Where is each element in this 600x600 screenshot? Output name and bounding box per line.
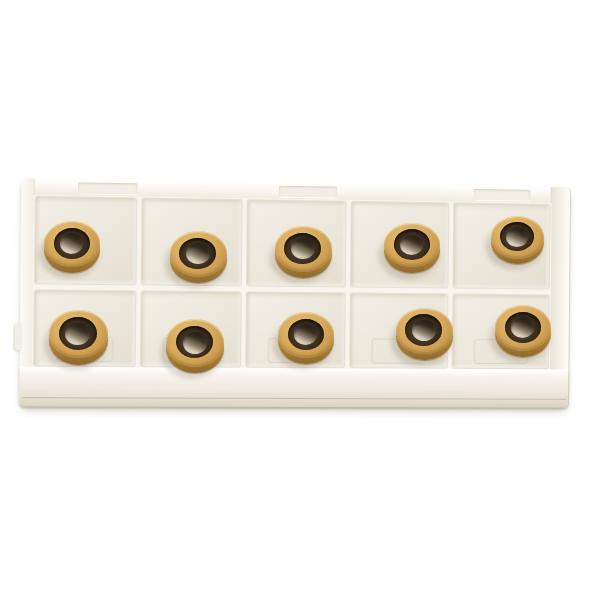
insert-8	[278, 312, 334, 364]
inserts-layer	[0, 0, 600, 600]
insert-2	[170, 231, 227, 283]
insert-1	[44, 221, 100, 273]
insert-6	[49, 310, 108, 365]
insert-center-hole	[183, 332, 207, 354]
insert-9	[396, 308, 453, 361]
insert-center-hole	[291, 238, 315, 259]
insert-10	[495, 305, 551, 357]
insert-center-hole	[412, 320, 436, 341]
insert-center-hole	[65, 323, 90, 345]
insert-center-hole	[186, 243, 210, 264]
insert-center-hole	[506, 227, 528, 247]
insert-3	[275, 226, 332, 278]
insert-4	[384, 223, 440, 274]
insert-7	[166, 319, 224, 373]
insert-5	[491, 216, 544, 265]
product-photo	[0, 0, 600, 600]
